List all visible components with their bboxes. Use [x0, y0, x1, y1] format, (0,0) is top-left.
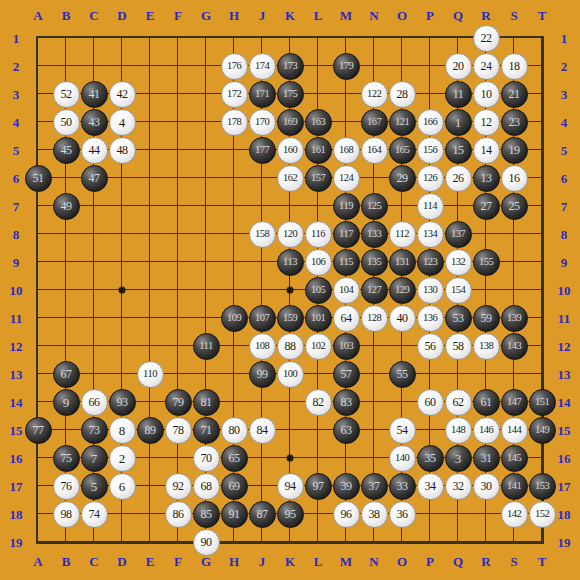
- intersection-M5[interactable]: 168: [332, 136, 360, 164]
- intersection-M1[interactable]: [332, 24, 360, 52]
- intersection-C2[interactable]: [80, 52, 108, 80]
- intersection-J17[interactable]: [248, 472, 276, 500]
- intersection-J14[interactable]: [248, 388, 276, 416]
- intersection-S2[interactable]: 18: [500, 52, 528, 80]
- intersection-G19[interactable]: 90: [192, 528, 220, 556]
- intersection-E3[interactable]: [136, 80, 164, 108]
- intersection-T7[interactable]: [528, 192, 556, 220]
- intersection-A15[interactable]: 77: [24, 416, 52, 444]
- intersection-C18[interactable]: 74: [80, 500, 108, 528]
- intersection-J5[interactable]: 177: [248, 136, 276, 164]
- intersection-G13[interactable]: [192, 360, 220, 388]
- intersection-N13[interactable]: [360, 360, 388, 388]
- intersection-A16[interactable]: [24, 444, 52, 472]
- intersection-S13[interactable]: [500, 360, 528, 388]
- intersection-R14[interactable]: 61: [472, 388, 500, 416]
- intersection-S1[interactable]: [500, 24, 528, 52]
- intersection-G9[interactable]: [192, 248, 220, 276]
- intersection-L11[interactable]: 101: [304, 304, 332, 332]
- intersection-K14[interactable]: [276, 388, 304, 416]
- intersection-C19[interactable]: [80, 528, 108, 556]
- intersection-B19[interactable]: [52, 528, 80, 556]
- intersection-C7[interactable]: [80, 192, 108, 220]
- intersection-C14[interactable]: 66: [80, 388, 108, 416]
- intersection-Q10[interactable]: 154: [444, 276, 472, 304]
- intersection-F10[interactable]: [164, 276, 192, 304]
- intersection-M4[interactable]: [332, 108, 360, 136]
- intersection-D9[interactable]: [108, 248, 136, 276]
- intersection-H5[interactable]: [220, 136, 248, 164]
- intersection-F18[interactable]: 86: [164, 500, 192, 528]
- intersection-A7[interactable]: [24, 192, 52, 220]
- intersection-C9[interactable]: [80, 248, 108, 276]
- intersection-N1[interactable]: [360, 24, 388, 52]
- intersection-M3[interactable]: [332, 80, 360, 108]
- intersection-L15[interactable]: [304, 416, 332, 444]
- intersection-K4[interactable]: 169: [276, 108, 304, 136]
- intersection-P13[interactable]: [416, 360, 444, 388]
- intersection-E15[interactable]: 89: [136, 416, 164, 444]
- intersection-G12[interactable]: 111: [192, 332, 220, 360]
- intersection-P12[interactable]: 56: [416, 332, 444, 360]
- intersection-R15[interactable]: 146: [472, 416, 500, 444]
- intersection-S10[interactable]: [500, 276, 528, 304]
- intersection-H13[interactable]: [220, 360, 248, 388]
- intersection-S16[interactable]: 145: [500, 444, 528, 472]
- intersection-O2[interactable]: [388, 52, 416, 80]
- intersection-G11[interactable]: [192, 304, 220, 332]
- intersection-K7[interactable]: [276, 192, 304, 220]
- intersection-G18[interactable]: 85: [192, 500, 220, 528]
- intersection-E9[interactable]: [136, 248, 164, 276]
- intersection-N3[interactable]: 122: [360, 80, 388, 108]
- intersection-J4[interactable]: 170: [248, 108, 276, 136]
- intersection-B2[interactable]: [52, 52, 80, 80]
- intersection-L4[interactable]: 163: [304, 108, 332, 136]
- intersection-A6[interactable]: 51: [24, 164, 52, 192]
- intersection-F8[interactable]: [164, 220, 192, 248]
- intersection-O18[interactable]: 36: [388, 500, 416, 528]
- intersection-M19[interactable]: [332, 528, 360, 556]
- intersection-F13[interactable]: [164, 360, 192, 388]
- intersection-T14[interactable]: 151: [528, 388, 556, 416]
- intersection-L14[interactable]: 82: [304, 388, 332, 416]
- intersection-P19[interactable]: [416, 528, 444, 556]
- intersection-H9[interactable]: [220, 248, 248, 276]
- intersection-O11[interactable]: 40: [388, 304, 416, 332]
- intersection-O1[interactable]: [388, 24, 416, 52]
- intersection-Q15[interactable]: 148: [444, 416, 472, 444]
- intersection-C13[interactable]: [80, 360, 108, 388]
- intersection-S19[interactable]: [500, 528, 528, 556]
- intersection-C17[interactable]: 5: [80, 472, 108, 500]
- intersection-A1[interactable]: [24, 24, 52, 52]
- intersection-N4[interactable]: 167: [360, 108, 388, 136]
- intersection-A10[interactable]: [24, 276, 52, 304]
- intersection-Q5[interactable]: 15: [444, 136, 472, 164]
- intersection-P2[interactable]: [416, 52, 444, 80]
- intersection-Q12[interactable]: 58: [444, 332, 472, 360]
- intersection-Q19[interactable]: [444, 528, 472, 556]
- intersection-R16[interactable]: 31: [472, 444, 500, 472]
- intersection-G3[interactable]: [192, 80, 220, 108]
- intersection-A3[interactable]: [24, 80, 52, 108]
- intersection-J16[interactable]: [248, 444, 276, 472]
- intersection-H8[interactable]: [220, 220, 248, 248]
- intersection-J10[interactable]: [248, 276, 276, 304]
- intersection-R10[interactable]: [472, 276, 500, 304]
- intersection-E10[interactable]: [136, 276, 164, 304]
- intersection-D19[interactable]: [108, 528, 136, 556]
- intersection-A13[interactable]: [24, 360, 52, 388]
- intersection-O15[interactable]: 54: [388, 416, 416, 444]
- intersection-O3[interactable]: 28: [388, 80, 416, 108]
- intersection-S11[interactable]: 139: [500, 304, 528, 332]
- intersection-B15[interactable]: [52, 416, 80, 444]
- intersection-N6[interactable]: [360, 164, 388, 192]
- intersection-D7[interactable]: [108, 192, 136, 220]
- intersection-O4[interactable]: 121: [388, 108, 416, 136]
- intersection-S5[interactable]: 19: [500, 136, 528, 164]
- intersection-O5[interactable]: 165: [388, 136, 416, 164]
- intersection-L9[interactable]: 106: [304, 248, 332, 276]
- intersection-P7[interactable]: 114: [416, 192, 444, 220]
- intersection-S4[interactable]: 23: [500, 108, 528, 136]
- intersection-D10[interactable]: [108, 276, 136, 304]
- intersection-C5[interactable]: 44: [80, 136, 108, 164]
- intersection-H16[interactable]: 65: [220, 444, 248, 472]
- intersection-J19[interactable]: [248, 528, 276, 556]
- intersection-O17[interactable]: 33: [388, 472, 416, 500]
- intersection-A11[interactable]: [24, 304, 52, 332]
- intersection-J11[interactable]: 107: [248, 304, 276, 332]
- intersection-T4[interactable]: [528, 108, 556, 136]
- intersection-N18[interactable]: 38: [360, 500, 388, 528]
- intersection-L16[interactable]: [304, 444, 332, 472]
- intersection-N7[interactable]: 125: [360, 192, 388, 220]
- intersection-F19[interactable]: [164, 528, 192, 556]
- intersection-J2[interactable]: 174: [248, 52, 276, 80]
- intersection-B9[interactable]: [52, 248, 80, 276]
- intersection-S15[interactable]: 144: [500, 416, 528, 444]
- intersection-G2[interactable]: [192, 52, 220, 80]
- intersection-S8[interactable]: [500, 220, 528, 248]
- intersection-K10[interactable]: [276, 276, 304, 304]
- intersection-C4[interactable]: 43: [80, 108, 108, 136]
- intersection-F16[interactable]: [164, 444, 192, 472]
- intersection-R19[interactable]: [472, 528, 500, 556]
- intersection-R4[interactable]: 12: [472, 108, 500, 136]
- intersection-P8[interactable]: 134: [416, 220, 444, 248]
- intersection-D1[interactable]: [108, 24, 136, 52]
- intersection-E11[interactable]: [136, 304, 164, 332]
- intersection-C12[interactable]: [80, 332, 108, 360]
- intersection-F11[interactable]: [164, 304, 192, 332]
- intersection-P5[interactable]: 156: [416, 136, 444, 164]
- intersection-K11[interactable]: 159: [276, 304, 304, 332]
- intersection-H15[interactable]: 80: [220, 416, 248, 444]
- intersection-K17[interactable]: 94: [276, 472, 304, 500]
- intersection-D2[interactable]: [108, 52, 136, 80]
- intersection-P9[interactable]: 123: [416, 248, 444, 276]
- intersection-L7[interactable]: [304, 192, 332, 220]
- intersection-B17[interactable]: 76: [52, 472, 80, 500]
- intersection-C3[interactable]: 41: [80, 80, 108, 108]
- intersection-E19[interactable]: [136, 528, 164, 556]
- intersection-F5[interactable]: [164, 136, 192, 164]
- intersection-N17[interactable]: 37: [360, 472, 388, 500]
- intersection-L5[interactable]: 161: [304, 136, 332, 164]
- intersection-E18[interactable]: [136, 500, 164, 528]
- intersection-B8[interactable]: [52, 220, 80, 248]
- intersection-H2[interactable]: 176: [220, 52, 248, 80]
- intersection-D3[interactable]: 42: [108, 80, 136, 108]
- intersection-M16[interactable]: [332, 444, 360, 472]
- intersection-H3[interactable]: 172: [220, 80, 248, 108]
- intersection-D13[interactable]: [108, 360, 136, 388]
- intersection-R11[interactable]: 59: [472, 304, 500, 332]
- intersection-R13[interactable]: [472, 360, 500, 388]
- intersection-E4[interactable]: [136, 108, 164, 136]
- intersection-T16[interactable]: [528, 444, 556, 472]
- intersection-J1[interactable]: [248, 24, 276, 52]
- intersection-P11[interactable]: 136: [416, 304, 444, 332]
- intersection-Q6[interactable]: 26: [444, 164, 472, 192]
- intersection-M9[interactable]: 115: [332, 248, 360, 276]
- intersection-R9[interactable]: 155: [472, 248, 500, 276]
- intersection-K3[interactable]: 175: [276, 80, 304, 108]
- intersection-A17[interactable]: [24, 472, 52, 500]
- intersection-O13[interactable]: 55: [388, 360, 416, 388]
- intersection-Q9[interactable]: 132: [444, 248, 472, 276]
- intersection-S12[interactable]: 143: [500, 332, 528, 360]
- intersection-K2[interactable]: 173: [276, 52, 304, 80]
- intersection-P16[interactable]: 35: [416, 444, 444, 472]
- intersection-T5[interactable]: [528, 136, 556, 164]
- intersection-G4[interactable]: [192, 108, 220, 136]
- intersection-G10[interactable]: [192, 276, 220, 304]
- intersection-E17[interactable]: [136, 472, 164, 500]
- intersection-R8[interactable]: [472, 220, 500, 248]
- intersection-O14[interactable]: [388, 388, 416, 416]
- intersection-B14[interactable]: 9: [52, 388, 80, 416]
- intersection-Q14[interactable]: 62: [444, 388, 472, 416]
- intersection-C16[interactable]: 7: [80, 444, 108, 472]
- intersection-H14[interactable]: [220, 388, 248, 416]
- intersection-D17[interactable]: 6: [108, 472, 136, 500]
- intersection-P4[interactable]: 166: [416, 108, 444, 136]
- intersection-B4[interactable]: 50: [52, 108, 80, 136]
- intersection-A18[interactable]: [24, 500, 52, 528]
- intersection-D16[interactable]: 2: [108, 444, 136, 472]
- intersection-M6[interactable]: 124: [332, 164, 360, 192]
- intersection-P15[interactable]: [416, 416, 444, 444]
- intersection-H12[interactable]: [220, 332, 248, 360]
- intersection-G15[interactable]: 71: [192, 416, 220, 444]
- intersection-N9[interactable]: 135: [360, 248, 388, 276]
- intersection-A8[interactable]: [24, 220, 52, 248]
- intersection-T11[interactable]: [528, 304, 556, 332]
- intersection-E6[interactable]: [136, 164, 164, 192]
- intersection-J8[interactable]: 158: [248, 220, 276, 248]
- intersection-E7[interactable]: [136, 192, 164, 220]
- intersection-S7[interactable]: 25: [500, 192, 528, 220]
- intersection-F4[interactable]: [164, 108, 192, 136]
- intersection-J6[interactable]: [248, 164, 276, 192]
- intersection-H6[interactable]: [220, 164, 248, 192]
- intersection-G7[interactable]: [192, 192, 220, 220]
- intersection-P6[interactable]: 126: [416, 164, 444, 192]
- intersection-L8[interactable]: 116: [304, 220, 332, 248]
- intersection-Q2[interactable]: 20: [444, 52, 472, 80]
- intersection-G14[interactable]: 81: [192, 388, 220, 416]
- intersection-L17[interactable]: 97: [304, 472, 332, 500]
- intersection-K19[interactable]: [276, 528, 304, 556]
- intersection-Q3[interactable]: 11: [444, 80, 472, 108]
- intersection-B16[interactable]: 75: [52, 444, 80, 472]
- intersection-D14[interactable]: 93: [108, 388, 136, 416]
- intersection-C1[interactable]: [80, 24, 108, 52]
- intersection-B6[interactable]: [52, 164, 80, 192]
- intersection-T15[interactable]: 149: [528, 416, 556, 444]
- intersection-M13[interactable]: 57: [332, 360, 360, 388]
- intersection-S6[interactable]: 16: [500, 164, 528, 192]
- intersection-T1[interactable]: [528, 24, 556, 52]
- intersection-R7[interactable]: 27: [472, 192, 500, 220]
- intersection-J15[interactable]: 84: [248, 416, 276, 444]
- intersection-H11[interactable]: 109: [220, 304, 248, 332]
- intersection-H1[interactable]: [220, 24, 248, 52]
- intersection-Q13[interactable]: [444, 360, 472, 388]
- intersection-H18[interactable]: 91: [220, 500, 248, 528]
- intersection-P10[interactable]: 130: [416, 276, 444, 304]
- intersection-B10[interactable]: [52, 276, 80, 304]
- intersection-P3[interactable]: [416, 80, 444, 108]
- intersection-N14[interactable]: [360, 388, 388, 416]
- intersection-F15[interactable]: 78: [164, 416, 192, 444]
- intersection-D6[interactable]: [108, 164, 136, 192]
- intersection-E5[interactable]: [136, 136, 164, 164]
- intersection-O19[interactable]: [388, 528, 416, 556]
- intersection-F9[interactable]: [164, 248, 192, 276]
- intersection-A9[interactable]: [24, 248, 52, 276]
- intersection-E8[interactable]: [136, 220, 164, 248]
- intersection-H7[interactable]: [220, 192, 248, 220]
- intersection-Q16[interactable]: 3: [444, 444, 472, 472]
- intersection-E14[interactable]: [136, 388, 164, 416]
- intersection-L13[interactable]: [304, 360, 332, 388]
- intersection-F7[interactable]: [164, 192, 192, 220]
- intersection-E16[interactable]: [136, 444, 164, 472]
- intersection-M12[interactable]: 103: [332, 332, 360, 360]
- intersection-Q8[interactable]: 137: [444, 220, 472, 248]
- intersection-K9[interactable]: 113: [276, 248, 304, 276]
- intersection-L19[interactable]: [304, 528, 332, 556]
- intersection-E12[interactable]: [136, 332, 164, 360]
- intersection-G5[interactable]: [192, 136, 220, 164]
- intersection-T2[interactable]: [528, 52, 556, 80]
- intersection-N2[interactable]: [360, 52, 388, 80]
- intersection-Q18[interactable]: [444, 500, 472, 528]
- intersection-S14[interactable]: 147: [500, 388, 528, 416]
- intersection-A4[interactable]: [24, 108, 52, 136]
- intersection-T8[interactable]: [528, 220, 556, 248]
- intersection-G6[interactable]: [192, 164, 220, 192]
- intersection-T19[interactable]: [528, 528, 556, 556]
- intersection-O7[interactable]: [388, 192, 416, 220]
- intersection-P17[interactable]: 34: [416, 472, 444, 500]
- intersection-Q7[interactable]: [444, 192, 472, 220]
- intersection-N11[interactable]: 128: [360, 304, 388, 332]
- intersection-A14[interactable]: [24, 388, 52, 416]
- intersection-H4[interactable]: 178: [220, 108, 248, 136]
- intersection-G16[interactable]: 70: [192, 444, 220, 472]
- intersection-D18[interactable]: [108, 500, 136, 528]
- intersection-S9[interactable]: [500, 248, 528, 276]
- intersection-D8[interactable]: [108, 220, 136, 248]
- intersection-G17[interactable]: 68: [192, 472, 220, 500]
- intersection-K15[interactable]: [276, 416, 304, 444]
- intersection-J7[interactable]: [248, 192, 276, 220]
- intersection-M8[interactable]: 117: [332, 220, 360, 248]
- intersection-A12[interactable]: [24, 332, 52, 360]
- intersection-F6[interactable]: [164, 164, 192, 192]
- intersection-N16[interactable]: [360, 444, 388, 472]
- intersection-T13[interactable]: [528, 360, 556, 388]
- intersection-D12[interactable]: [108, 332, 136, 360]
- intersection-B18[interactable]: 98: [52, 500, 80, 528]
- intersection-T18[interactable]: 152: [528, 500, 556, 528]
- intersection-N8[interactable]: 133: [360, 220, 388, 248]
- intersection-H10[interactable]: [220, 276, 248, 304]
- intersection-C6[interactable]: 47: [80, 164, 108, 192]
- intersection-L2[interactable]: [304, 52, 332, 80]
- intersection-O6[interactable]: 29: [388, 164, 416, 192]
- intersection-M17[interactable]: 39: [332, 472, 360, 500]
- intersection-K6[interactable]: 162: [276, 164, 304, 192]
- intersection-K12[interactable]: 88: [276, 332, 304, 360]
- intersection-N19[interactable]: [360, 528, 388, 556]
- intersection-B1[interactable]: [52, 24, 80, 52]
- intersection-G8[interactable]: [192, 220, 220, 248]
- intersection-R3[interactable]: 10: [472, 80, 500, 108]
- intersection-J13[interactable]: 99: [248, 360, 276, 388]
- intersection-G1[interactable]: [192, 24, 220, 52]
- intersection-K1[interactable]: [276, 24, 304, 52]
- intersection-R5[interactable]: 14: [472, 136, 500, 164]
- intersection-E1[interactable]: [136, 24, 164, 52]
- intersection-Q11[interactable]: 53: [444, 304, 472, 332]
- intersection-S18[interactable]: 142: [500, 500, 528, 528]
- intersection-D4[interactable]: 4: [108, 108, 136, 136]
- intersection-S3[interactable]: 21: [500, 80, 528, 108]
- intersection-R12[interactable]: 138: [472, 332, 500, 360]
- intersection-L12[interactable]: 102: [304, 332, 332, 360]
- intersection-T9[interactable]: [528, 248, 556, 276]
- intersection-B11[interactable]: [52, 304, 80, 332]
- intersection-T12[interactable]: [528, 332, 556, 360]
- intersection-J9[interactable]: [248, 248, 276, 276]
- intersection-O8[interactable]: 112: [388, 220, 416, 248]
- intersection-A19[interactable]: [24, 528, 52, 556]
- intersection-L18[interactable]: [304, 500, 332, 528]
- intersection-K18[interactable]: 95: [276, 500, 304, 528]
- intersection-F14[interactable]: 79: [164, 388, 192, 416]
- intersection-O10[interactable]: 129: [388, 276, 416, 304]
- intersection-N5[interactable]: 164: [360, 136, 388, 164]
- intersection-C15[interactable]: 73: [80, 416, 108, 444]
- intersection-R17[interactable]: 30: [472, 472, 500, 500]
